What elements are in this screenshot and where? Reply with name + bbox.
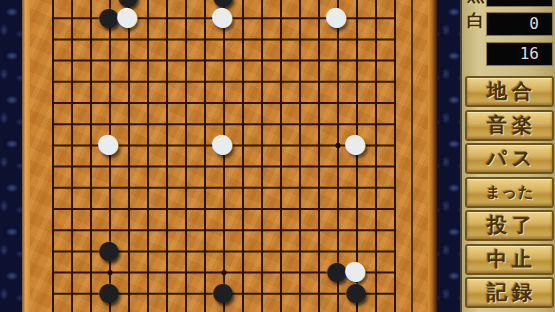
go-board: ●●●●●●●●●●●●●●● — [22, 0, 437, 312]
board-cell[interactable] — [215, 304, 234, 312]
board-cell[interactable] — [215, 92, 234, 113]
board-cell[interactable] — [44, 156, 63, 177]
board-cell[interactable] — [234, 8, 253, 29]
board-cell[interactable] — [291, 304, 310, 312]
board-cell[interactable] — [63, 71, 82, 92]
board-cell[interactable] — [291, 29, 310, 50]
board-cell[interactable] — [329, 50, 348, 71]
board-cell[interactable] — [215, 71, 234, 92]
board-cell[interactable] — [101, 50, 120, 71]
board-cell[interactable] — [196, 92, 215, 113]
board-cell[interactable] — [272, 177, 291, 198]
board-cell[interactable] — [272, 135, 291, 156]
board-cell[interactable] — [310, 177, 329, 198]
board-cell[interactable] — [82, 71, 101, 92]
board-cell[interactable] — [196, 304, 215, 312]
board-cell[interactable] — [196, 198, 215, 219]
board-cell[interactable] — [367, 0, 386, 8]
board-cell[interactable] — [139, 135, 158, 156]
board-cell[interactable] — [215, 156, 234, 177]
board-cell[interactable] — [291, 241, 310, 262]
board-cell[interactable] — [291, 262, 310, 283]
board-cell[interactable] — [367, 156, 386, 177]
board-cell[interactable] — [272, 304, 291, 312]
board-cell[interactable] — [348, 29, 367, 50]
board-cell[interactable] — [367, 241, 386, 262]
board-cell[interactable] — [158, 0, 177, 8]
board-cell[interactable]: ● — [348, 283, 367, 304]
board-cell[interactable] — [253, 156, 272, 177]
board-cell[interactable] — [234, 262, 253, 283]
board-cell[interactable] — [253, 71, 272, 92]
board-cell[interactable] — [291, 219, 310, 240]
board-cell[interactable] — [82, 304, 101, 312]
board-cell[interactable] — [367, 8, 386, 29]
board-cell[interactable] — [253, 304, 272, 312]
board-cell[interactable] — [44, 8, 63, 29]
board-cell[interactable] — [291, 92, 310, 113]
board-cell[interactable] — [234, 29, 253, 50]
board-cell[interactable] — [253, 262, 272, 283]
board-cell[interactable] — [120, 304, 139, 312]
board-cell[interactable]: ● — [329, 8, 348, 29]
board-cell[interactable] — [348, 177, 367, 198]
board-cell[interactable] — [253, 29, 272, 50]
board-cell[interactable] — [310, 304, 329, 312]
board-cell[interactable] — [329, 304, 348, 312]
board-cell[interactable] — [234, 50, 253, 71]
button-column: 地合音楽パスまった投了中止記録 — [465, 76, 554, 311]
board-cell[interactable] — [367, 114, 386, 135]
board-cell[interactable] — [101, 156, 120, 177]
board-cell[interactable] — [367, 219, 386, 240]
board-cell[interactable] — [386, 198, 405, 219]
board-cell[interactable] — [63, 283, 82, 304]
board-cell[interactable] — [158, 304, 177, 312]
board-cell[interactable] — [310, 198, 329, 219]
board-cell[interactable] — [177, 304, 196, 312]
board-cell[interactable] — [291, 135, 310, 156]
black-stone: ● — [98, 281, 120, 302]
board-cell[interactable]: ● — [215, 8, 234, 29]
board-cell[interactable] — [177, 50, 196, 71]
board-cell[interactable] — [386, 114, 405, 135]
board-cell[interactable] — [272, 156, 291, 177]
board-cell[interactable] — [158, 283, 177, 304]
board-cell[interactable] — [101, 198, 120, 219]
board-cell[interactable] — [234, 177, 253, 198]
territory-count-button[interactable]: 地合 — [465, 76, 554, 107]
board-cell[interactable] — [253, 177, 272, 198]
board-cell[interactable] — [44, 262, 63, 283]
white-captures-display: 0 — [486, 12, 553, 36]
board-cell[interactable] — [196, 29, 215, 50]
board-cell[interactable] — [291, 8, 310, 29]
board-cell[interactable] — [63, 177, 82, 198]
board-cell[interactable] — [44, 304, 63, 312]
board-cell[interactable] — [329, 198, 348, 219]
board-cell[interactable] — [386, 92, 405, 113]
board-cell[interactable] — [348, 71, 367, 92]
board-cell[interactable] — [63, 29, 82, 50]
board-cell[interactable] — [367, 304, 386, 312]
board-cell[interactable] — [310, 283, 329, 304]
black-captures-display: 0 — [486, 0, 553, 7]
board-cell[interactable] — [63, 241, 82, 262]
board-cell[interactable] — [139, 219, 158, 240]
board-cell[interactable] — [44, 198, 63, 219]
board-cell[interactable] — [177, 262, 196, 283]
board-cell[interactable] — [63, 304, 82, 312]
board-cell[interactable] — [120, 92, 139, 113]
board-cell[interactable] — [82, 92, 101, 113]
sidebar: 黒 0 白 0 16 地合音楽パスまった投了中止記録 — [460, 0, 555, 312]
board-cell[interactable] — [215, 219, 234, 240]
board-cell[interactable] — [158, 198, 177, 219]
board-cell[interactable] — [386, 71, 405, 92]
board-cell[interactable] — [158, 92, 177, 113]
board-cell[interactable] — [234, 198, 253, 219]
board-cell[interactable] — [367, 135, 386, 156]
board-cell[interactable] — [120, 241, 139, 262]
board-cell[interactable] — [386, 304, 405, 312]
board-cell[interactable] — [291, 156, 310, 177]
board-cell[interactable] — [120, 50, 139, 71]
board-cell[interactable] — [139, 92, 158, 113]
board-cell[interactable] — [367, 262, 386, 283]
board-cell[interactable] — [158, 262, 177, 283]
board-cell[interactable] — [386, 156, 405, 177]
board-cell[interactable] — [158, 177, 177, 198]
board-cell[interactable] — [253, 198, 272, 219]
board-cell[interactable] — [139, 177, 158, 198]
board-cell[interactable] — [177, 283, 196, 304]
board-cell[interactable] — [253, 50, 272, 71]
board-cell[interactable] — [101, 71, 120, 92]
board-cell[interactable] — [272, 198, 291, 219]
board-cell[interactable] — [367, 283, 386, 304]
board-cell[interactable] — [215, 241, 234, 262]
board-cell[interactable] — [291, 114, 310, 135]
board-cell[interactable] — [44, 29, 63, 50]
board-cell[interactable] — [158, 156, 177, 177]
board-cell[interactable] — [120, 29, 139, 50]
board-cell[interactable] — [177, 177, 196, 198]
board-cell[interactable]: ● — [120, 8, 139, 29]
board-cell[interactable] — [158, 241, 177, 262]
board-cell[interactable] — [348, 156, 367, 177]
board-cell[interactable] — [367, 50, 386, 71]
board-cell[interactable] — [44, 177, 63, 198]
board-cell[interactable] — [329, 29, 348, 50]
board-cell[interactable] — [234, 156, 253, 177]
board-cell[interactable] — [291, 50, 310, 71]
board-cell[interactable] — [386, 29, 405, 50]
board-cell[interactable] — [367, 198, 386, 219]
board-cell[interactable] — [177, 135, 196, 156]
board-cell[interactable]: ● — [348, 135, 367, 156]
board-cell[interactable] — [196, 156, 215, 177]
board-cell[interactable] — [63, 50, 82, 71]
white-stone: ● — [345, 133, 367, 154]
white-stone: ● — [212, 133, 234, 154]
white-stone: ● — [212, 6, 234, 27]
board-cell[interactable] — [177, 219, 196, 240]
board-cell[interactable] — [272, 29, 291, 50]
board-cell[interactable] — [139, 198, 158, 219]
board-cell[interactable] — [215, 177, 234, 198]
black-captures-label: 黒 — [467, 0, 487, 4]
board-cell[interactable] — [310, 114, 329, 135]
board-cell[interactable] — [120, 156, 139, 177]
board-cell[interactable] — [253, 0, 272, 8]
board-cell[interactable] — [158, 114, 177, 135]
board-cell[interactable] — [348, 304, 367, 312]
board-cell[interactable] — [272, 283, 291, 304]
board-cell[interactable] — [44, 135, 63, 156]
music-button[interactable]: 音楽 — [465, 110, 554, 141]
board-cell[interactable] — [44, 219, 63, 240]
board-cell[interactable] — [101, 92, 120, 113]
board-cell[interactable] — [272, 8, 291, 29]
board-cell[interactable] — [44, 71, 63, 92]
board-cell[interactable] — [329, 92, 348, 113]
board-cell[interactable] — [234, 92, 253, 113]
board-cell[interactable] — [348, 219, 367, 240]
board-cell[interactable] — [120, 114, 139, 135]
board-cell[interactable] — [63, 92, 82, 113]
board-cell[interactable]: ● — [101, 135, 120, 156]
board-cell[interactable] — [177, 29, 196, 50]
board-cell[interactable] — [139, 283, 158, 304]
board-cell[interactable] — [291, 198, 310, 219]
board-cell[interactable] — [63, 198, 82, 219]
board-cell[interactable] — [196, 50, 215, 71]
undo-button[interactable]: まった — [465, 177, 554, 208]
board-cell[interactable] — [386, 219, 405, 240]
board-cell[interactable] — [196, 177, 215, 198]
board-cell[interactable] — [120, 283, 139, 304]
board-cell[interactable] — [234, 114, 253, 135]
board-cell[interactable] — [234, 0, 253, 8]
board-cell[interactable] — [139, 262, 158, 283]
board-cell[interactable] — [329, 219, 348, 240]
board-cell[interactable] — [234, 135, 253, 156]
board-cell[interactable] — [234, 219, 253, 240]
board-cell[interactable] — [272, 114, 291, 135]
board-cell[interactable] — [234, 283, 253, 304]
board-cell[interactable] — [158, 8, 177, 29]
board-cell[interactable] — [386, 241, 405, 262]
board-cell[interactable]: ● — [215, 283, 234, 304]
board-grid: ●●●●●●●●●●●●●●● — [44, 0, 405, 312]
board-cell[interactable] — [215, 29, 234, 50]
board-cell[interactable] — [82, 177, 101, 198]
board-cell[interactable] — [177, 114, 196, 135]
board-cell[interactable] — [82, 156, 101, 177]
board-cell[interactable] — [63, 114, 82, 135]
board-cell[interactable] — [272, 262, 291, 283]
board-cell[interactable] — [215, 198, 234, 219]
board-cell[interactable] — [291, 71, 310, 92]
board-cell[interactable] — [139, 71, 158, 92]
white-captures-label: 白 — [467, 11, 487, 29]
board-cell[interactable] — [386, 177, 405, 198]
board-cell[interactable] — [196, 71, 215, 92]
board-cell[interactable] — [177, 198, 196, 219]
board-cell[interactable] — [234, 71, 253, 92]
board-cell[interactable] — [291, 283, 310, 304]
board-cell[interactable] — [386, 0, 405, 8]
board-cell[interactable] — [386, 283, 405, 304]
board-cell[interactable] — [386, 8, 405, 29]
black-stone: ● — [345, 281, 367, 302]
board-cell[interactable] — [158, 219, 177, 240]
board-cell[interactable] — [139, 241, 158, 262]
board-cell[interactable] — [196, 219, 215, 240]
board-cell[interactable] — [82, 29, 101, 50]
board-cell[interactable] — [253, 8, 272, 29]
board-cell[interactable] — [139, 114, 158, 135]
board-cell[interactable] — [63, 219, 82, 240]
board-cell[interactable] — [386, 135, 405, 156]
board-cell[interactable] — [272, 71, 291, 92]
board-cell[interactable] — [215, 50, 234, 71]
board-cell[interactable] — [310, 29, 329, 50]
board-cell[interactable] — [120, 219, 139, 240]
board-cell[interactable] — [177, 0, 196, 8]
board-cell[interactable] — [63, 156, 82, 177]
board-cell[interactable] — [272, 92, 291, 113]
board-cell[interactable] — [177, 92, 196, 113]
board-cell[interactable] — [253, 241, 272, 262]
board-cell[interactable] — [63, 262, 82, 283]
board-cell[interactable] — [177, 71, 196, 92]
board-cell[interactable] — [63, 8, 82, 29]
board-cell[interactable]: ● — [101, 283, 120, 304]
board-cell[interactable] — [101, 304, 120, 312]
board-cell[interactable] — [120, 198, 139, 219]
board-cell[interactable] — [120, 262, 139, 283]
board-cell[interactable] — [158, 71, 177, 92]
white-stone: ● — [326, 6, 348, 27]
board-cell[interactable] — [101, 177, 120, 198]
board-cell[interactable] — [367, 29, 386, 50]
board-cell[interactable] — [44, 50, 63, 71]
board-cell[interactable] — [44, 283, 63, 304]
board-cell[interactable] — [291, 0, 310, 8]
board-cell[interactable] — [310, 135, 329, 156]
board-cell[interactable] — [367, 177, 386, 198]
board-cell[interactable] — [234, 241, 253, 262]
board-cell[interactable] — [253, 92, 272, 113]
board-cell[interactable] — [139, 304, 158, 312]
board-cell[interactable] — [386, 262, 405, 283]
board-cell[interactable] — [253, 219, 272, 240]
board-cell[interactable] — [196, 241, 215, 262]
board-cell[interactable] — [139, 8, 158, 29]
board-cell[interactable] — [253, 283, 272, 304]
white-stone: ● — [98, 133, 120, 154]
board-cell[interactable] — [272, 241, 291, 262]
resign-button[interactable]: 投了 — [465, 210, 554, 241]
board-cell[interactable] — [310, 92, 329, 113]
board-cell[interactable] — [310, 71, 329, 92]
board-cell[interactable] — [139, 156, 158, 177]
board-cell[interactable] — [177, 156, 196, 177]
board-cell[interactable]: ● — [215, 135, 234, 156]
pass-button[interactable]: パス — [465, 143, 554, 174]
board-cell[interactable] — [253, 114, 272, 135]
board-cell[interactable] — [82, 198, 101, 219]
board-cell[interactable] — [158, 135, 177, 156]
board-cell[interactable] — [158, 29, 177, 50]
black-stone: ● — [212, 281, 234, 302]
board-cell[interactable] — [272, 50, 291, 71]
board-cell[interactable] — [348, 8, 367, 29]
board-cell[interactable] — [82, 50, 101, 71]
board-cell[interactable] — [348, 92, 367, 113]
board-cell[interactable] — [253, 135, 272, 156]
stop-button[interactable]: 中止 — [465, 244, 554, 275]
board-cell[interactable] — [367, 71, 386, 92]
board-cell[interactable] — [120, 71, 139, 92]
board-cell[interactable] — [177, 8, 196, 29]
board-cell[interactable] — [386, 50, 405, 71]
record-button[interactable]: 記録 — [465, 277, 554, 308]
game-screen: ●●●●●●●●●●●●●●● 黒 0 白 0 16 地合音楽パスまった投了中止… — [0, 0, 555, 312]
board-cell[interactable] — [329, 71, 348, 92]
board-cell[interactable] — [234, 304, 253, 312]
board-cell[interactable] — [348, 50, 367, 71]
board-cell[interactable] — [310, 219, 329, 240]
black-stone: ● — [98, 239, 120, 260]
board-cell[interactable] — [139, 0, 158, 8]
board-cell[interactable] — [44, 241, 63, 262]
board-cell[interactable] — [44, 0, 63, 8]
move-counter-display: 16 — [486, 42, 553, 66]
board-cell[interactable] — [329, 156, 348, 177]
board-cell[interactable] — [139, 29, 158, 50]
board-cell[interactable] — [348, 0, 367, 8]
board-cell[interactable] — [310, 156, 329, 177]
board-cell[interactable] — [272, 0, 291, 8]
board-cell[interactable] — [101, 29, 120, 50]
board-cell[interactable] — [177, 241, 196, 262]
board-cell[interactable] — [120, 135, 139, 156]
board-cell[interactable]: ● — [101, 241, 120, 262]
white-stone: ● — [117, 6, 139, 27]
board-cell[interactable] — [158, 50, 177, 71]
board-cell[interactable] — [120, 177, 139, 198]
board-cell[interactable] — [310, 50, 329, 71]
board-cell[interactable] — [63, 135, 82, 156]
board-cell[interactable] — [329, 177, 348, 198]
board-cell[interactable] — [44, 92, 63, 113]
board-cell[interactable] — [272, 219, 291, 240]
board-cell[interactable] — [63, 0, 82, 8]
board-cell[interactable] — [139, 50, 158, 71]
board-cell[interactable] — [44, 114, 63, 135]
board-cell[interactable] — [367, 92, 386, 113]
board-cell[interactable] — [348, 198, 367, 219]
board-cell[interactable] — [291, 177, 310, 198]
